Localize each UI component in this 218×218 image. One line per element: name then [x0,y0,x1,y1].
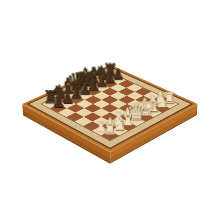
board-margin: ♜♞♝♛♚♝♞♜♟♟♟♟♟♟♟♟♟♟♟♟♟♟♟♟♜♞♝♛♚♝♞♜ [27,66,194,149]
scene: ♜♞♝♛♚♝♞♜♟♟♟♟♟♟♟♟♟♟♟♟♟♟♟♟♜♞♝♛♚♝♞♜ [0,0,218,218]
chess-board: ♜♞♝♛♚♝♞♜♟♟♟♟♟♟♟♟♟♟♟♟♟♟♟♟♜♞♝♛♚♝♞♜ [22,64,197,152]
product-photo: ♜♞♝♛♚♝♞♜♟♟♟♟♟♟♟♟♟♟♟♟♟♟♟♟♜♞♝♛♚♝♞♜ [0,0,218,218]
board-top-face: ♜♞♝♛♚♝♞♜♟♟♟♟♟♟♟♟♟♟♟♟♟♟♟♟♜♞♝♛♚♝♞♜ [22,64,197,152]
square-a1: ♜ [101,131,119,141]
